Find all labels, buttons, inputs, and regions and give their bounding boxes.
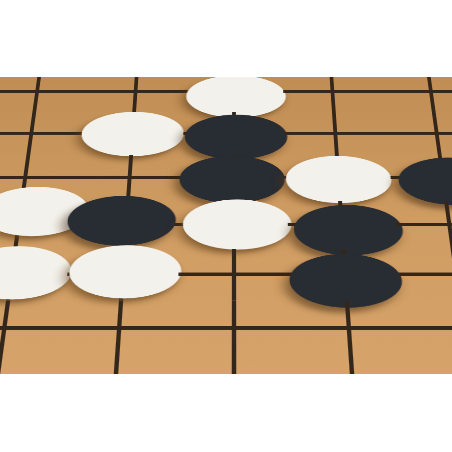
board-filler-cell [409,355,452,374]
board-intersection[interactable]: ● [80,111,184,154]
board-filler-cell [48,355,176,374]
board-intersection[interactable] [398,248,452,300]
board-intersection[interactable]: ● [65,248,180,300]
white-stone: ● [80,107,184,150]
board-intersection[interactable] [176,300,293,355]
letterbox-bottom [0,374,452,452]
go-board: ●●●●●●●●●●●●● [0,77,452,374]
board-filler-cell [0,355,59,374]
board-intersection[interactable]: ● [289,248,404,300]
board-intersection[interactable] [290,300,409,355]
board-intersection[interactable] [403,300,452,355]
board-filler-cell [172,355,296,374]
board-intersection[interactable] [380,77,452,111]
go-board-photo: ●●●●●●●●●●●●● [0,0,452,452]
board-intersection[interactable] [0,77,88,111]
black-stone: ● [289,248,404,300]
white-stone: ● [183,195,292,243]
board-intersection[interactable] [59,300,178,355]
board-intersection[interactable]: ● [179,200,288,248]
board-intersection[interactable] [283,77,384,111]
letterbox-top [0,0,452,77]
board-intersection[interactable] [0,300,65,355]
board-intersection[interactable] [178,248,291,300]
white-stone: ● [68,240,182,291]
board-filler-cell [292,355,420,374]
photo-frame: ●●●●●●●●●●●●● [0,77,452,374]
